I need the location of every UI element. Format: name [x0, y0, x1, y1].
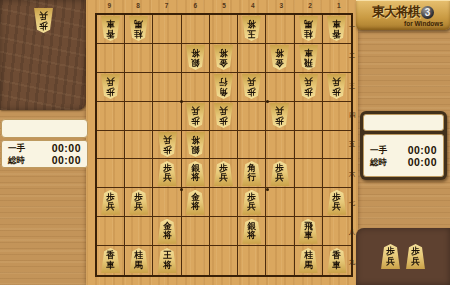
piece-kanji: 兵 [106, 202, 115, 212]
board-cell[interactable]: 金将 [153, 217, 181, 246]
board-cell[interactable]: 金将 [182, 188, 210, 217]
piece-kanji: 将 [191, 173, 200, 183]
sente-total-time-value: 00:00 [408, 156, 437, 168]
board-cell[interactable] [210, 188, 238, 217]
shogi-piece-sente-歩[interactable]: 歩兵 [100, 190, 121, 215]
piece-kanji: 兵 [106, 77, 115, 87]
shogi-piece-sente-王[interactable]: 王将 [157, 248, 178, 273]
board-cell[interactable] [97, 102, 125, 131]
board-cell[interactable] [295, 102, 323, 131]
piece-kanji: 車 [333, 261, 342, 271]
shogi-piece-gote-香[interactable]: 香車 [326, 16, 347, 41]
board-cell[interactable] [323, 159, 351, 188]
piece-kanji: 歩 [304, 87, 313, 97]
board-cell[interactable] [125, 102, 153, 131]
board-cell[interactable]: 銀将 [182, 131, 210, 160]
board-cell[interactable]: 歩兵 [295, 73, 323, 102]
shogi-piece-gote-銀[interactable]: 銀将 [185, 132, 206, 157]
sente-total-time-label: 総時 [370, 156, 387, 168]
piece-kanji: 兵 [304, 77, 313, 87]
piece-kanji: 兵 [39, 11, 48, 21]
piece-kanji: 歩 [106, 87, 115, 97]
shogi-piece-gote-歩[interactable]: 歩兵 [269, 103, 290, 128]
file-label: 9 [95, 1, 124, 11]
board-cell[interactable] [182, 73, 210, 102]
board-cell[interactable] [323, 102, 351, 131]
shogi-piece-sente-歩[interactable]: 歩兵 [269, 161, 290, 186]
piece-kanji: 歩 [276, 116, 285, 126]
shogi-piece-sente-歩[interactable]: 歩兵 [380, 244, 401, 269]
piece-kanji: 車 [106, 261, 115, 271]
shogi-board: 987654321 一二三四五六七八九 香車桂馬玉将桂馬香車銀将金将金将飛車歩兵… [86, 0, 358, 285]
board-cell[interactable] [153, 44, 181, 73]
piece-kanji: 兵 [219, 106, 228, 116]
board-cell[interactable]: 歩兵 [153, 159, 181, 188]
board-cell[interactable]: 歩兵 [210, 159, 238, 188]
board-cell[interactable]: 金将 [210, 44, 238, 73]
piece-kanji: 兵 [386, 257, 395, 267]
piece-kanji: 兵 [219, 173, 228, 183]
board-cell[interactable]: 角行 [210, 73, 238, 102]
board-cell[interactable]: 歩兵 [238, 188, 266, 217]
sente-move-time-value: 00:00 [408, 144, 437, 156]
board-cell[interactable] [153, 102, 181, 131]
board-cell[interactable] [210, 131, 238, 160]
piece-kanji: 将 [191, 202, 200, 212]
board-cell[interactable] [238, 131, 266, 160]
board-cell[interactable]: 歩兵 [210, 102, 238, 131]
piece-kanji: 車 [304, 231, 313, 241]
piece-kanji: 歩 [163, 144, 172, 154]
board-cell[interactable]: 歩兵 [238, 73, 266, 102]
board-cell[interactable]: 王将 [153, 246, 181, 275]
shogi-piece-gote-歩[interactable]: 歩兵 [33, 8, 54, 33]
board-cell[interactable] [125, 44, 153, 73]
piece-kanji: 将 [276, 48, 285, 58]
board-cell[interactable] [125, 73, 153, 102]
board-cell[interactable]: 歩兵 [323, 73, 351, 102]
board-cell[interactable]: 香車 [97, 246, 125, 275]
shogi-piece-gote-歩[interactable]: 歩兵 [213, 103, 234, 128]
board-cell[interactable]: 歩兵 [266, 159, 294, 188]
board-cell[interactable] [153, 73, 181, 102]
piece-kanji: 兵 [163, 173, 172, 183]
piece-kanji: 香 [333, 29, 342, 39]
board-cell[interactable]: 桂馬 [125, 15, 153, 44]
piece-kanji: 玉 [247, 29, 256, 39]
shogi-piece-sente-金[interactable]: 金将 [185, 190, 206, 215]
board-cell[interactable] [295, 159, 323, 188]
gote-captured-stand[interactable]: 歩兵 [0, 0, 86, 110]
board-cell[interactable] [97, 131, 125, 160]
piece-kanji: 将 [247, 231, 256, 241]
app-logo: 東大将棋 3 for Windows [356, 0, 450, 30]
piece-kanji: 兵 [135, 202, 144, 212]
board-cell[interactable]: 歩兵 [153, 131, 181, 160]
piece-kanji: 歩 [247, 87, 256, 97]
board-cell[interactable] [125, 131, 153, 160]
shogi-piece-gote-香[interactable]: 香車 [100, 16, 121, 41]
board-cell[interactable]: 銀将 [182, 159, 210, 188]
piece-kanji: 車 [333, 19, 342, 29]
board-cell[interactable]: 歩兵 [323, 188, 351, 217]
file-label: 6 [181, 1, 210, 11]
piece-kanji: 歩 [191, 116, 200, 126]
board-cell[interactable] [266, 131, 294, 160]
piece-kanji: 兵 [276, 106, 285, 116]
piece-kanji: 将 [219, 48, 228, 58]
piece-kanji: 歩 [219, 116, 228, 126]
shogi-piece-sente-銀[interactable]: 銀将 [185, 161, 206, 186]
piece-kanji: 馬 [135, 19, 144, 29]
piece-kanji: 桂 [135, 29, 144, 39]
board-cell[interactable]: 歩兵 [97, 188, 125, 217]
gote-total-time-value: 00:00 [52, 154, 81, 166]
shogi-piece-sente-歩[interactable]: 歩兵 [326, 190, 347, 215]
piece-kanji: 金 [276, 58, 285, 68]
shogi-piece-gote-桂[interactable]: 桂馬 [298, 16, 319, 41]
piece-kanji: 車 [304, 48, 313, 58]
board-cell[interactable] [125, 217, 153, 246]
hoshi-dot [180, 100, 183, 103]
board-cell[interactable] [266, 73, 294, 102]
board-cell[interactable]: 歩兵 [97, 73, 125, 102]
shogi-piece-gote-歩[interactable]: 歩兵 [326, 74, 347, 99]
board-cell[interactable] [266, 217, 294, 246]
shogi-piece-sente-金[interactable]: 金将 [157, 219, 178, 244]
sente-move-time-label: 一手 [370, 144, 387, 156]
board-cell[interactable]: 歩兵 [266, 102, 294, 131]
board-cell[interactable] [295, 188, 323, 217]
board-cell[interactable]: 金将 [266, 44, 294, 73]
shogi-piece-gote-角[interactable]: 角行 [213, 74, 234, 99]
board-cell[interactable]: 銀将 [182, 44, 210, 73]
board-cell[interactable]: 玉将 [238, 15, 266, 44]
piece-kanji: 飛 [304, 58, 313, 68]
piece-kanji: 兵 [247, 77, 256, 87]
board-cell[interactable]: 銀将 [238, 217, 266, 246]
shogi-piece-gote-桂[interactable]: 桂馬 [128, 16, 149, 41]
shogi-piece-sente-歩[interactable]: 歩兵 [157, 161, 178, 186]
sente-player-name-box [363, 114, 444, 131]
board-cell[interactable] [97, 217, 125, 246]
board-grid: 香車桂馬玉将桂馬香車銀将金将金将飛車歩兵角行歩兵歩兵歩兵歩兵歩兵歩兵歩兵銀将歩兵… [95, 13, 353, 277]
board-cell[interactable] [182, 15, 210, 44]
board-cell[interactable]: 歩兵 [182, 102, 210, 131]
piece-kanji: 兵 [276, 173, 285, 183]
board-cell[interactable]: 香車 [323, 15, 351, 44]
shogi-piece-gote-飛[interactable]: 飛車 [298, 45, 319, 70]
board-cell[interactable] [182, 217, 210, 246]
shogi-piece-sente-歩[interactable]: 歩兵 [213, 161, 234, 186]
piece-kanji: 車 [106, 19, 115, 29]
shogi-piece-sente-歩[interactable]: 歩兵 [241, 190, 262, 215]
board-cell[interactable] [182, 246, 210, 275]
piece-kanji: 歩 [333, 87, 342, 97]
board-cell[interactable]: 歩兵 [125, 188, 153, 217]
board-cell[interactable]: 飛車 [295, 217, 323, 246]
piece-kanji: 馬 [304, 261, 313, 271]
board-cell[interactable] [97, 44, 125, 73]
piece-kanji: 歩 [39, 21, 48, 31]
piece-kanji: 兵 [247, 202, 256, 212]
board-cell[interactable] [323, 131, 351, 160]
logo-version-badge: 3 [421, 6, 434, 19]
board-cell[interactable] [323, 217, 351, 246]
shogi-piece-sente-桂[interactable]: 桂馬 [128, 248, 149, 273]
gote-move-time-value: 00:00 [52, 142, 81, 154]
logo-subtitle: for Windows [404, 20, 450, 27]
board-cell[interactable]: 角行 [238, 159, 266, 188]
piece-kanji: 兵 [411, 257, 420, 267]
shogi-piece-gote-歩[interactable]: 歩兵 [100, 74, 121, 99]
board-cell[interactable] [266, 15, 294, 44]
shogi-piece-sente-香[interactable]: 香車 [100, 248, 121, 273]
piece-kanji: 兵 [333, 77, 342, 87]
logo-title: 東大将棋 [372, 3, 420, 21]
board-cell[interactable] [266, 246, 294, 275]
file-label: 4 [238, 1, 267, 11]
file-label: 8 [124, 1, 153, 11]
sente-info-frame: 一手 00:00 総時 00:00 [360, 111, 447, 180]
board-cell[interactable] [238, 246, 266, 275]
file-label: 7 [152, 1, 181, 11]
shogi-piece-sente-歩[interactable]: 歩兵 [405, 244, 426, 269]
shogi-piece-sente-銀[interactable]: 銀将 [241, 219, 262, 244]
board-cell[interactable] [238, 44, 266, 73]
board-cell[interactable]: 桂馬 [295, 246, 323, 275]
shogi-piece-gote-歩[interactable]: 歩兵 [298, 74, 319, 99]
file-label: 5 [210, 1, 239, 11]
board-cell[interactable] [153, 15, 181, 44]
shogi-piece-sente-飛[interactable]: 飛車 [298, 219, 319, 244]
shogi-piece-gote-歩[interactable]: 歩兵 [157, 132, 178, 157]
board-cell[interactable]: 香車 [97, 15, 125, 44]
board-cell[interactable] [210, 15, 238, 44]
piece-kanji: 馬 [135, 261, 144, 271]
file-label: 3 [267, 1, 296, 11]
board-cell[interactable] [238, 102, 266, 131]
shogi-piece-sente-香[interactable]: 香車 [326, 248, 347, 273]
gote-total-time-label: 総時 [8, 154, 25, 166]
piece-kanji: 将 [191, 48, 200, 58]
shogi-piece-sente-歩[interactable]: 歩兵 [128, 190, 149, 215]
shogi-app-window: 歩兵 987654321 一二三四五六七八九 香車桂馬玉将桂馬香車銀将金将金将飛… [0, 0, 450, 285]
hoshi-dot [180, 188, 183, 191]
board-cell[interactable] [210, 217, 238, 246]
board-cell[interactable]: 桂馬 [295, 15, 323, 44]
piece-kanji: 将 [247, 19, 256, 29]
piece-kanji: 行 [219, 77, 228, 87]
file-labels: 987654321 [95, 1, 353, 11]
board-cell[interactable]: 桂馬 [125, 246, 153, 275]
shogi-piece-sente-桂[interactable]: 桂馬 [298, 248, 319, 273]
shogi-piece-gote-金[interactable]: 金将 [213, 45, 234, 70]
piece-kanji: 将 [191, 135, 200, 145]
shogi-piece-gote-歩[interactable]: 歩兵 [241, 74, 262, 99]
board-cell[interactable] [210, 246, 238, 275]
shogi-piece-gote-歩[interactable]: 歩兵 [185, 103, 206, 128]
piece-kanji: 角 [219, 87, 228, 97]
hoshi-dot [266, 100, 269, 103]
gote-move-time-label: 一手 [8, 142, 25, 154]
sente-clock-panel: 一手 00:00 総時 00:00 [363, 134, 444, 177]
piece-kanji: 兵 [191, 106, 200, 116]
piece-kanji: 銀 [191, 144, 200, 154]
file-label: 1 [324, 1, 353, 11]
file-label: 2 [296, 1, 325, 11]
board-cell[interactable] [125, 159, 153, 188]
board-cell[interactable] [153, 188, 181, 217]
piece-kanji: 香 [106, 29, 115, 39]
board-cell[interactable] [323, 44, 351, 73]
hoshi-dot [266, 188, 269, 191]
sente-captured-stand[interactable]: 歩兵歩兵 [356, 228, 450, 285]
piece-kanji: 行 [247, 173, 256, 183]
piece-kanji: 金 [219, 58, 228, 68]
board-cell[interactable]: 香車 [323, 246, 351, 275]
gote-clock-panel: 一手 00:00 総時 00:00 [1, 140, 88, 168]
shogi-piece-gote-金[interactable]: 金将 [269, 45, 290, 70]
piece-kanji: 銀 [191, 58, 200, 68]
shogi-piece-gote-銀[interactable]: 銀将 [185, 45, 206, 70]
piece-kanji: 兵 [163, 135, 172, 145]
board-cell[interactable] [295, 131, 323, 160]
board-cell[interactable] [97, 159, 125, 188]
piece-kanji: 兵 [333, 202, 342, 212]
shogi-piece-gote-玉[interactable]: 玉将 [241, 16, 262, 41]
board-cell[interactable] [266, 188, 294, 217]
piece-kanji: 将 [163, 261, 172, 271]
gote-player-name-box [1, 119, 88, 138]
piece-kanji: 桂 [304, 29, 313, 39]
piece-kanji: 馬 [304, 19, 313, 29]
piece-kanji: 将 [163, 231, 172, 241]
board-cell[interactable]: 飛車 [295, 44, 323, 73]
shogi-piece-sente-角[interactable]: 角行 [241, 161, 262, 186]
